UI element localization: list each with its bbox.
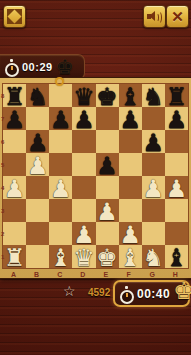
fullscreen-button[interactable] xyxy=(3,5,26,28)
file-label-C: C xyxy=(57,271,62,278)
star-icon: ☆ xyxy=(63,283,76,299)
file-label-A: A xyxy=(11,271,16,278)
rank-label-4: 4 xyxy=(1,185,5,191)
square-c2[interactable] xyxy=(49,222,72,245)
file-label-F: F xyxy=(127,271,131,278)
square-e8[interactable]: ♚ xyxy=(96,84,119,107)
square-g4[interactable]: ♟ xyxy=(142,176,165,199)
square-b8[interactable]: ♞ xyxy=(26,84,49,107)
square-e1[interactable]: ♚ xyxy=(96,245,119,268)
square-h8[interactable]: ♜ xyxy=(165,84,188,107)
square-a4[interactable]: ♟ xyxy=(3,176,26,199)
close-icon: ✕ xyxy=(171,9,184,24)
square-d1[interactable]: ♛ xyxy=(72,245,95,268)
white-queen[interactable]: ♛ xyxy=(73,245,95,270)
white-pawn[interactable]: ♟ xyxy=(4,176,26,201)
square-h7[interactable]: ♟ xyxy=(165,107,188,130)
square-e4[interactable] xyxy=(96,176,119,199)
square-e3[interactable]: ♟ xyxy=(96,199,119,222)
black-knight[interactable]: ♞ xyxy=(27,84,49,109)
white-pawn[interactable]: ♟ xyxy=(27,153,49,178)
square-a2[interactable] xyxy=(3,222,26,245)
white-time: 00:40 xyxy=(137,287,170,301)
rank-label-5: 5 xyxy=(1,162,5,168)
square-b1[interactable] xyxy=(26,245,49,268)
rank-label-6: 6 xyxy=(1,139,5,145)
square-d8[interactable]: ♛ xyxy=(72,84,95,107)
black-king-icon: ♚ xyxy=(56,57,74,77)
square-d6[interactable] xyxy=(72,130,95,153)
square-a6[interactable] xyxy=(3,130,26,153)
square-f4[interactable] xyxy=(119,176,142,199)
expand-arrows-icon xyxy=(7,9,22,24)
square-b4[interactable] xyxy=(26,176,49,199)
white-pawn[interactable]: ♟ xyxy=(143,176,165,201)
file-label-E: E xyxy=(103,271,108,278)
square-g1[interactable]: ♞ xyxy=(142,245,165,268)
square-f6[interactable] xyxy=(119,130,142,153)
white-knight[interactable]: ♞ xyxy=(143,245,165,270)
square-d3[interactable] xyxy=(72,199,95,222)
rank-label-8: 8 xyxy=(1,93,5,99)
board-squares: ♜♞♛♚♝♞♜♟♟♟♟♟♟♟♟♟♟♟♟♟♟♟♟♜♝♛♚♝♞♝ xyxy=(3,84,188,268)
file-label-B: B xyxy=(34,271,39,278)
square-e2[interactable] xyxy=(96,222,119,245)
square-g5[interactable] xyxy=(142,153,165,176)
file-label-D: D xyxy=(80,271,85,278)
square-b7[interactable] xyxy=(26,107,49,130)
black-pawn[interactable]: ♟ xyxy=(96,153,118,178)
square-e5[interactable]: ♟ xyxy=(96,153,119,176)
black-knight[interactable]: ♞ xyxy=(143,84,165,109)
square-h6[interactable] xyxy=(165,130,188,153)
square-f2[interactable]: ♟ xyxy=(119,222,142,245)
square-d7[interactable]: ♟ xyxy=(72,107,95,130)
gold-ring-marker xyxy=(55,77,64,86)
square-c8[interactable] xyxy=(49,84,72,107)
stopwatch-icon xyxy=(4,59,18,75)
black-time: 00:29 xyxy=(22,61,53,73)
square-b6[interactable]: ♟ xyxy=(26,130,49,153)
square-b5[interactable]: ♟ xyxy=(26,153,49,176)
sound-button[interactable] xyxy=(143,5,166,28)
close-button[interactable]: ✕ xyxy=(166,5,189,28)
rank-label-7: 7 xyxy=(1,116,5,122)
square-g7[interactable] xyxy=(142,107,165,130)
square-e7[interactable] xyxy=(96,107,119,130)
square-d2[interactable]: ♟ xyxy=(72,222,95,245)
black-pawn[interactable]: ♟ xyxy=(73,107,95,132)
square-h5[interactable] xyxy=(165,153,188,176)
speaker-icon xyxy=(147,10,162,23)
square-a3[interactable] xyxy=(3,199,26,222)
black-king[interactable]: ♚ xyxy=(96,84,118,109)
square-c4[interactable]: ♟ xyxy=(49,176,72,199)
square-f8[interactable]: ♝ xyxy=(119,84,142,107)
square-h1[interactable]: ♝ xyxy=(165,245,188,268)
white-timer-panel: 00:40 ♚ xyxy=(113,280,190,307)
stopwatch-icon xyxy=(119,286,133,302)
square-f3[interactable] xyxy=(119,199,142,222)
black-pawn[interactable]: ♟ xyxy=(143,130,165,155)
white-rook[interactable]: ♜ xyxy=(4,245,26,270)
board-frame: ♜♞♛♚♝♞♜♟♟♟♟♟♟♟♟♟♟♟♟♟♟♟♟♜♝♛♚♝♞♝ 87654321 … xyxy=(0,77,191,279)
square-b3[interactable] xyxy=(26,199,49,222)
black-pawn[interactable]: ♟ xyxy=(166,107,188,132)
square-h3[interactable] xyxy=(165,199,188,222)
rank-label-3: 3 xyxy=(1,208,5,214)
square-g3[interactable] xyxy=(142,199,165,222)
rank-label-2: 2 xyxy=(1,231,5,237)
square-c7[interactable]: ♟ xyxy=(49,107,72,130)
square-c1[interactable]: ♝ xyxy=(49,245,72,268)
square-c6[interactable] xyxy=(49,130,72,153)
square-d5[interactable] xyxy=(72,153,95,176)
rank-label-1: 1 xyxy=(1,254,5,260)
white-pawn[interactable]: ♟ xyxy=(166,176,188,201)
square-h2[interactable] xyxy=(165,222,188,245)
file-label-G: G xyxy=(150,271,155,278)
square-c5[interactable] xyxy=(49,153,72,176)
white-king[interactable]: ♚ xyxy=(96,245,118,270)
gold-king-icon: ♚ xyxy=(173,280,191,302)
square-d4[interactable] xyxy=(72,176,95,199)
white-pawn[interactable]: ♟ xyxy=(96,199,118,224)
square-a8[interactable]: ♜ xyxy=(3,84,26,107)
black-pawn[interactable]: ♟ xyxy=(50,107,72,132)
chess-app-screen: ✕ 00:29 ♚ ♜♞♛♚♝♞♜♟♟♟♟♟♟♟♟♟♟♟♟♟♟♟♟♜♝♛♚♝♞♝… xyxy=(0,0,191,355)
score-value: 4592 xyxy=(88,287,110,298)
square-g8[interactable]: ♞ xyxy=(142,84,165,107)
square-b2[interactable] xyxy=(26,222,49,245)
square-a1[interactable]: ♜ xyxy=(3,245,26,268)
square-a7[interactable]: ♟ xyxy=(3,107,26,130)
black-bishop[interactable]: ♝ xyxy=(166,245,188,270)
square-h4[interactable]: ♟ xyxy=(165,176,188,199)
square-c3[interactable] xyxy=(49,199,72,222)
white-bishop[interactable]: ♝ xyxy=(119,245,141,270)
square-f1[interactable]: ♝ xyxy=(119,245,142,268)
square-e6[interactable] xyxy=(96,130,119,153)
square-a5[interactable] xyxy=(3,153,26,176)
black-pawn[interactable]: ♟ xyxy=(119,107,141,132)
square-g6[interactable]: ♟ xyxy=(142,130,165,153)
white-bishop[interactable]: ♝ xyxy=(50,245,72,270)
square-f7[interactable]: ♟ xyxy=(119,107,142,130)
black-pawn[interactable]: ♟ xyxy=(4,107,26,132)
square-f5[interactable] xyxy=(119,153,142,176)
square-g2[interactable] xyxy=(142,222,165,245)
white-pawn[interactable]: ♟ xyxy=(50,176,72,201)
